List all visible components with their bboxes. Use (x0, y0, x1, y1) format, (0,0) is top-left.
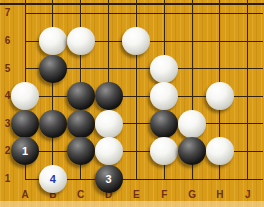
column-coordinate-label: C (74, 189, 88, 201)
row-coordinate-label: 5 (0, 63, 15, 75)
column-coordinate-label: A (18, 189, 32, 201)
white-stone: 4 (39, 165, 67, 193)
black-stone (178, 137, 206, 165)
column-coordinate-label: G (185, 189, 199, 201)
white-stone (150, 55, 178, 83)
board-top-edge-line (0, 3, 264, 5)
black-stone (67, 110, 95, 138)
grid-line (247, 0, 248, 180)
grid-line (25, 13, 263, 14)
white-stone (67, 27, 95, 55)
column-coordinate-label: F (157, 189, 171, 201)
black-stone (67, 137, 95, 165)
black-stone (95, 82, 123, 110)
white-stone (11, 82, 39, 110)
white-stone (122, 27, 150, 55)
white-stone (150, 137, 178, 165)
row-coordinate-label: 6 (0, 35, 15, 47)
column-coordinate-label: J (241, 189, 255, 201)
white-stone (39, 27, 67, 55)
white-stone (95, 110, 123, 138)
black-stone (150, 110, 178, 138)
white-stone (95, 137, 123, 165)
move-number-label: 3 (95, 165, 123, 193)
move-number-label: 4 (39, 165, 67, 193)
black-stone (11, 110, 39, 138)
white-stone (206, 82, 234, 110)
column-coordinate-label: H (213, 189, 227, 201)
row-coordinate-label: 1 (0, 173, 15, 185)
black-stone (39, 110, 67, 138)
move-number-label: 1 (11, 137, 39, 165)
white-stone (150, 82, 178, 110)
go-board[interactable]: 7654321ABCDEFGHJ 143 (0, 0, 264, 207)
board-bottom-edge (0, 201, 264, 207)
white-stone (178, 110, 206, 138)
black-stone (67, 82, 95, 110)
black-stone: 3 (95, 165, 123, 193)
black-stone: 1 (11, 137, 39, 165)
black-stone (39, 55, 67, 83)
white-stone (206, 137, 234, 165)
column-coordinate-label: E (129, 189, 143, 201)
row-coordinate-label: 7 (0, 7, 15, 19)
